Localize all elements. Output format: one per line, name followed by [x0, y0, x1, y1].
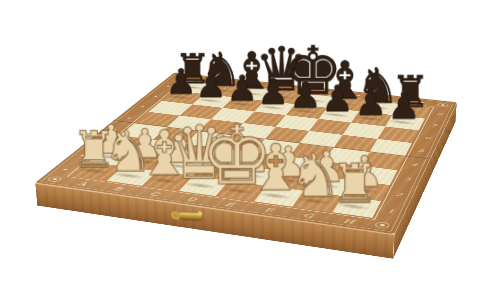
- file-label-c: C: [148, 191, 161, 197]
- chess-box: ABCDEFGH 87654321 ♜♞♝♛♚♝♞♜♟♟♟♟♟♟♟♟♟♟♟♟♟♟…: [35, 72, 457, 234]
- white-rook-glyph: ♜: [285, 157, 424, 210]
- brass-clasp: [170, 209, 206, 224]
- file-label-g: G: [302, 212, 315, 219]
- corner-ornament: [46, 176, 64, 183]
- corner-ornament: [374, 221, 391, 229]
- file-label-d: D: [185, 196, 198, 202]
- photo-stage: ABCDEFGH 87654321 ♜♞♝♛♚♝♞♜♟♟♟♟♟♟♟♟♟♟♟♟♟♟…: [0, 0, 480, 296]
- rank-label-6: 6: [424, 136, 431, 140]
- rank-label-7: 7: [430, 124, 437, 128]
- file-label-h: H: [342, 218, 355, 225]
- file-label-a: A: [76, 181, 89, 187]
- file-label-f: F: [263, 207, 275, 213]
- file-label-e: E: [224, 201, 236, 207]
- file-label-b: B: [112, 186, 125, 192]
- clasp-pin: [198, 211, 203, 215]
